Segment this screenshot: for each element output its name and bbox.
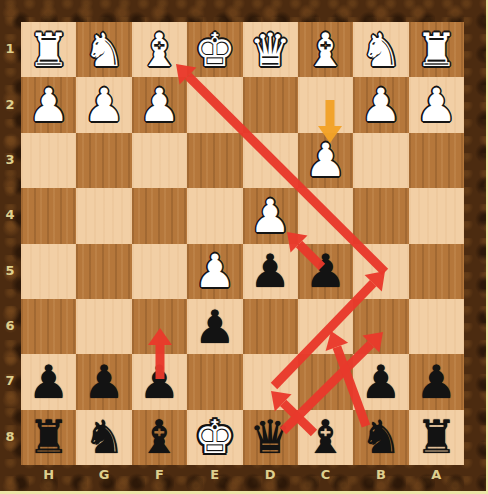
square-b4[interactable] — [353, 188, 408, 243]
file-label-a: A — [425, 467, 447, 482]
piece-black-pawn-g7[interactable]: ♟ — [76, 354, 131, 409]
square-d7[interactable] — [243, 354, 298, 409]
chess-app-window: 12345678 HGFEDCBA ♜♞♝♚♛♝♞♜♟♟♟♟♟♟♟♟♜♞♝♚♛♝… — [0, 0, 488, 494]
square-a4[interactable] — [409, 188, 464, 243]
piece-white-knight-g1[interactable]: ♞ — [76, 22, 131, 77]
rank-label-2: 2 — [2, 97, 18, 112]
square-b3[interactable] — [353, 133, 408, 188]
square-e3[interactable] — [187, 133, 242, 188]
file-label-g: G — [93, 467, 115, 482]
square-d2[interactable] — [243, 77, 298, 132]
rank-label-7: 7 — [2, 373, 18, 388]
square-a3[interactable] — [409, 133, 464, 188]
square-g3[interactable] — [76, 133, 131, 188]
piece-black-king-e8[interactable]: ♚ — [187, 410, 242, 465]
piece-white-pawn-b2[interactable]: ♟ — [353, 77, 408, 132]
piece-white-pawn-g2[interactable]: ♟ — [76, 77, 131, 132]
square-a5[interactable] — [409, 244, 464, 299]
piece-black-pawn-a7[interactable]: ♟ — [409, 354, 464, 409]
file-label-f: F — [148, 467, 170, 482]
square-f5[interactable] — [132, 244, 187, 299]
square-e4[interactable] — [187, 188, 242, 243]
piece-black-pawn-h7[interactable]: ♟ — [21, 354, 76, 409]
piece-white-bishop-c1[interactable]: ♝ — [298, 22, 353, 77]
rank-label-4: 4 — [2, 207, 18, 222]
rank-label-8: 8 — [2, 429, 18, 444]
rank-label-5: 5 — [2, 263, 18, 278]
square-b6[interactable] — [353, 299, 408, 354]
piece-black-rook-a8[interactable]: ♜ — [409, 410, 464, 465]
square-c6[interactable] — [298, 299, 353, 354]
file-label-d: D — [259, 467, 281, 482]
square-c2[interactable] — [298, 77, 353, 132]
piece-white-king-e1[interactable]: ♚ — [187, 22, 242, 77]
rank-label-1: 1 — [2, 41, 18, 56]
square-h4[interactable] — [21, 188, 76, 243]
piece-white-queen-d1[interactable]: ♛ — [243, 22, 298, 77]
square-c4[interactable] — [298, 188, 353, 243]
rank-label-3: 3 — [2, 152, 18, 167]
square-e7[interactable] — [187, 354, 242, 409]
file-label-h: H — [38, 467, 60, 482]
piece-black-pawn-f7[interactable]: ♟ — [132, 354, 187, 409]
piece-white-rook-h1[interactable]: ♜ — [21, 22, 76, 77]
file-label-c: C — [315, 467, 337, 482]
square-h5[interactable] — [21, 244, 76, 299]
piece-white-pawn-a2[interactable]: ♟ — [409, 77, 464, 132]
square-d6[interactable] — [243, 299, 298, 354]
piece-black-knight-b8[interactable]: ♞ — [353, 410, 408, 465]
piece-black-bishop-f8[interactable]: ♝ — [132, 410, 187, 465]
piece-black-queen-d8[interactable]: ♛ — [243, 410, 298, 465]
piece-white-pawn-c3[interactable]: ♟ — [298, 133, 353, 188]
square-h6[interactable] — [21, 299, 76, 354]
board-frame: 12345678 HGFEDCBA ♜♞♝♚♛♝♞♜♟♟♟♟♟♟♟♟♜♞♝♚♛♝… — [0, 0, 486, 491]
square-g4[interactable] — [76, 188, 131, 243]
piece-black-knight-g8[interactable]: ♞ — [76, 410, 131, 465]
square-h3[interactable] — [21, 133, 76, 188]
square-f4[interactable] — [132, 188, 187, 243]
square-f3[interactable] — [132, 133, 187, 188]
square-e2[interactable] — [187, 77, 242, 132]
file-label-b: B — [370, 467, 392, 482]
piece-white-rook-a1[interactable]: ♜ — [409, 22, 464, 77]
piece-black-rook-h8[interactable]: ♜ — [21, 410, 76, 465]
piece-white-pawn-e5[interactable]: ♟ — [187, 244, 242, 299]
square-d3[interactable] — [243, 133, 298, 188]
square-b5[interactable] — [353, 244, 408, 299]
file-label-e: E — [204, 467, 226, 482]
square-g5[interactable] — [76, 244, 131, 299]
square-a6[interactable] — [409, 299, 464, 354]
rank-label-6: 6 — [2, 318, 18, 333]
square-g6[interactable] — [76, 299, 131, 354]
piece-black-pawn-b7[interactable]: ♟ — [353, 354, 408, 409]
piece-white-knight-b1[interactable]: ♞ — [353, 22, 408, 77]
piece-white-bishop-f1[interactable]: ♝ — [132, 22, 187, 77]
piece-black-bishop-c8[interactable]: ♝ — [298, 410, 353, 465]
chess-board[interactable]: ♜♞♝♚♛♝♞♜♟♟♟♟♟♟♟♟♜♞♝♚♛♝♞♜♟♟♟♟♟♟♟♟ — [21, 22, 464, 465]
square-c7[interactable] — [298, 354, 353, 409]
piece-black-pawn-d5[interactable]: ♟ — [243, 244, 298, 299]
square-f6[interactable] — [132, 299, 187, 354]
piece-black-pawn-c5[interactable]: ♟ — [298, 244, 353, 299]
piece-white-pawn-h2[interactable]: ♟ — [21, 77, 76, 132]
piece-white-pawn-d4[interactable]: ♟ — [243, 188, 298, 243]
piece-white-pawn-f2[interactable]: ♟ — [132, 77, 187, 132]
piece-black-pawn-e6[interactable]: ♟ — [187, 299, 242, 354]
